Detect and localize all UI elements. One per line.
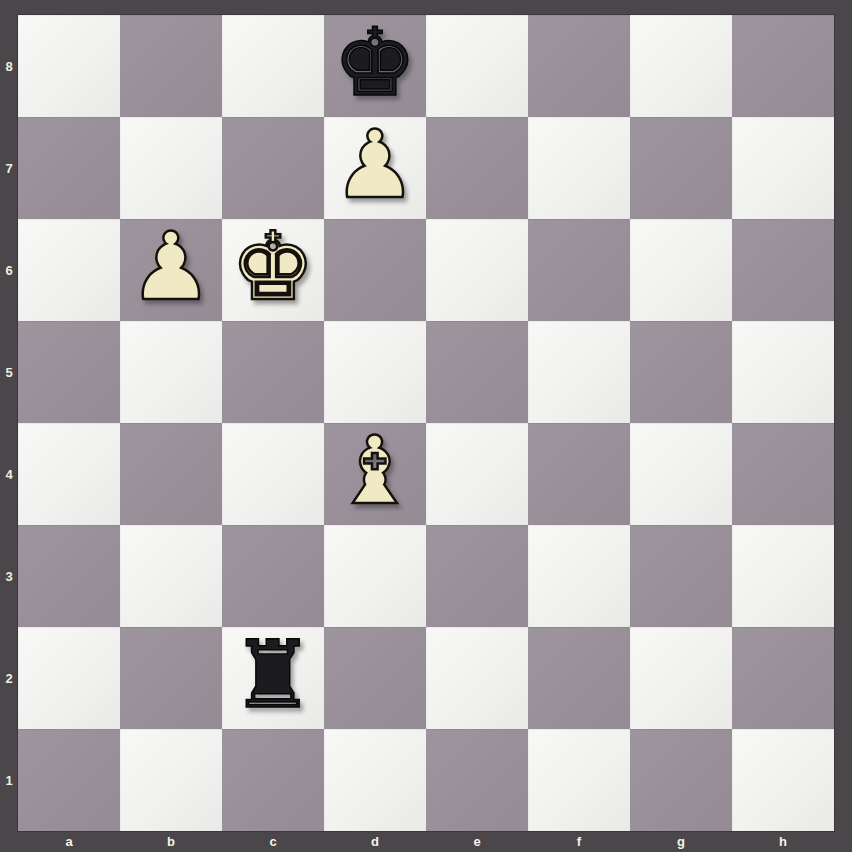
square-a5[interactable]	[18, 321, 120, 423]
square-f7[interactable]	[528, 117, 630, 219]
square-b4[interactable]	[120, 423, 222, 525]
file-label-c: c	[222, 831, 324, 852]
square-h8[interactable]	[732, 15, 834, 117]
square-f3[interactable]	[528, 525, 630, 627]
square-f1[interactable]	[528, 729, 630, 831]
square-a7[interactable]	[18, 117, 120, 219]
file-label-b: b	[120, 831, 222, 852]
square-h4[interactable]	[732, 423, 834, 525]
square-d5[interactable]	[324, 321, 426, 423]
square-g2[interactable]	[630, 627, 732, 729]
square-h5[interactable]	[732, 321, 834, 423]
square-e5[interactable]	[426, 321, 528, 423]
file-label-d: d	[324, 831, 426, 852]
square-g4[interactable]	[630, 423, 732, 525]
square-e2[interactable]	[426, 627, 528, 729]
square-d1[interactable]	[324, 729, 426, 831]
white-pawn[interactable]: ♟	[333, 118, 417, 212]
square-h6[interactable]	[732, 219, 834, 321]
square-b3[interactable]	[120, 525, 222, 627]
black-rook[interactable]: ♜	[231, 628, 315, 722]
chess-board-frame: 87654321 ♚♟♟♚♝♜ abcdefgh	[0, 0, 852, 852]
square-a1[interactable]	[18, 729, 120, 831]
square-h1[interactable]	[732, 729, 834, 831]
chess-board[interactable]: ♚♟♟♚♝♜	[18, 15, 834, 831]
white-king[interactable]: ♚	[231, 220, 315, 314]
square-h7[interactable]	[732, 117, 834, 219]
square-c3[interactable]	[222, 525, 324, 627]
black-king[interactable]: ♚	[333, 16, 417, 110]
square-c1[interactable]	[222, 729, 324, 831]
square-f4[interactable]	[528, 423, 630, 525]
rank-label-3: 3	[0, 525, 18, 627]
square-c2[interactable]: ♜	[222, 627, 324, 729]
rank-label-6: 6	[0, 219, 18, 321]
square-d8[interactable]: ♚	[324, 15, 426, 117]
rank-label-5: 5	[0, 321, 18, 423]
square-b2[interactable]	[120, 627, 222, 729]
square-a8[interactable]	[18, 15, 120, 117]
file-label-e: e	[426, 831, 528, 852]
square-g6[interactable]	[630, 219, 732, 321]
rank-label-1: 1	[0, 729, 18, 831]
square-f5[interactable]	[528, 321, 630, 423]
square-e1[interactable]	[426, 729, 528, 831]
square-g5[interactable]	[630, 321, 732, 423]
square-a4[interactable]	[18, 423, 120, 525]
square-b1[interactable]	[120, 729, 222, 831]
square-e3[interactable]	[426, 525, 528, 627]
square-b6[interactable]: ♟	[120, 219, 222, 321]
square-c7[interactable]	[222, 117, 324, 219]
square-c6[interactable]: ♚	[222, 219, 324, 321]
square-d4[interactable]: ♝	[324, 423, 426, 525]
rank-label-4: 4	[0, 423, 18, 525]
square-c5[interactable]	[222, 321, 324, 423]
file-label-f: f	[528, 831, 630, 852]
rank-label-7: 7	[0, 117, 18, 219]
square-f2[interactable]	[528, 627, 630, 729]
square-g8[interactable]	[630, 15, 732, 117]
square-b5[interactable]	[120, 321, 222, 423]
square-e7[interactable]	[426, 117, 528, 219]
square-e6[interactable]	[426, 219, 528, 321]
square-e4[interactable]	[426, 423, 528, 525]
square-d3[interactable]	[324, 525, 426, 627]
square-b7[interactable]	[120, 117, 222, 219]
square-g3[interactable]	[630, 525, 732, 627]
square-h3[interactable]	[732, 525, 834, 627]
file-labels: abcdefgh	[18, 831, 834, 852]
square-d6[interactable]	[324, 219, 426, 321]
square-f8[interactable]	[528, 15, 630, 117]
square-d7[interactable]: ♟	[324, 117, 426, 219]
square-a6[interactable]	[18, 219, 120, 321]
square-g7[interactable]	[630, 117, 732, 219]
square-a3[interactable]	[18, 525, 120, 627]
rank-label-2: 2	[0, 627, 18, 729]
square-d2[interactable]	[324, 627, 426, 729]
white-pawn[interactable]: ♟	[129, 220, 213, 314]
square-e8[interactable]	[426, 15, 528, 117]
square-f6[interactable]	[528, 219, 630, 321]
square-g1[interactable]	[630, 729, 732, 831]
white-bishop[interactable]: ♝	[333, 424, 417, 518]
rank-label-8: 8	[0, 15, 18, 117]
square-h2[interactable]	[732, 627, 834, 729]
square-b8[interactable]	[120, 15, 222, 117]
square-a2[interactable]	[18, 627, 120, 729]
square-c8[interactable]	[222, 15, 324, 117]
file-label-a: a	[18, 831, 120, 852]
file-label-h: h	[732, 831, 834, 852]
square-c4[interactable]	[222, 423, 324, 525]
file-label-g: g	[630, 831, 732, 852]
rank-labels: 87654321	[0, 15, 18, 831]
